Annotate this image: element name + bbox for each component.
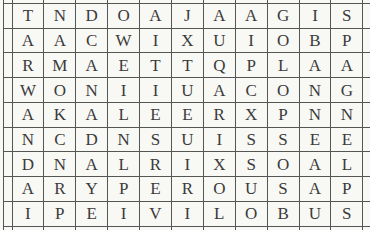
grid-edge-cell bbox=[362, 77, 370, 102]
grid-cell[interactable]: A bbox=[12, 102, 44, 127]
grid-cell[interactable]: N bbox=[299, 77, 331, 102]
grid-cell[interactable]: K bbox=[43, 102, 75, 127]
grid-edge-cell bbox=[362, 226, 370, 231]
grid-edge-cell bbox=[3, 201, 12, 226]
grid-edge-cell bbox=[3, 151, 12, 176]
grid-edge-cell bbox=[107, 226, 139, 231]
grid-cell[interactable]: S bbox=[235, 127, 267, 152]
grid-cell[interactable]: A bbox=[299, 52, 331, 77]
grid-cell[interactable]: N bbox=[12, 127, 44, 152]
grid-edge-cell bbox=[362, 102, 370, 127]
grid-cell[interactable]: C bbox=[43, 127, 75, 152]
grid-cell[interactable]: I bbox=[203, 127, 235, 152]
grid-cell[interactable]: R bbox=[12, 52, 44, 77]
grid-cell[interactable]: O bbox=[107, 3, 139, 28]
grid-cell[interactable]: O bbox=[267, 77, 299, 102]
grid-edge-cell bbox=[3, 176, 12, 201]
grid-cell[interactable]: A bbox=[139, 3, 171, 28]
grid-cell[interactable]: O bbox=[203, 176, 235, 201]
grid-cell[interactable]: X bbox=[171, 28, 203, 53]
grid-cell[interactable]: I bbox=[107, 77, 139, 102]
grid-cell[interactable]: A bbox=[299, 176, 331, 201]
grid-cell[interactable]: S bbox=[267, 127, 299, 152]
grid-cell[interactable]: A bbox=[12, 28, 44, 53]
grid-edge-cell bbox=[362, 201, 370, 226]
grid-cell[interactable]: E bbox=[171, 102, 203, 127]
grid-cell[interactable]: L bbox=[330, 151, 362, 176]
grid-cell[interactable]: R bbox=[171, 176, 203, 201]
grid-cell[interactable]: A bbox=[12, 176, 44, 201]
grid-edge-cell bbox=[3, 3, 12, 28]
grid-cell[interactable]: S bbox=[330, 3, 362, 28]
grid-cell[interactable]: Y bbox=[75, 176, 107, 201]
grid-cell[interactable]: A bbox=[299, 151, 331, 176]
grid-cell[interactable]: J bbox=[171, 3, 203, 28]
grid-edge-cell bbox=[235, 226, 267, 231]
grid-cell[interactable]: A bbox=[330, 52, 362, 77]
grid-cell[interactable]: A bbox=[203, 3, 235, 28]
grid-cell[interactable]: C bbox=[235, 77, 267, 102]
grid-edge-cell bbox=[362, 127, 370, 152]
grid-edge-cell bbox=[267, 226, 299, 231]
grid-cell[interactable]: S bbox=[139, 127, 171, 152]
grid-edge-cell bbox=[75, 226, 107, 231]
grid-cell[interactable]: M bbox=[43, 52, 75, 77]
grid-edge-cell bbox=[3, 127, 12, 152]
grid-cell[interactable]: I bbox=[235, 28, 267, 53]
grid-edge-cell bbox=[362, 176, 370, 201]
grid-edge-cell bbox=[171, 226, 203, 231]
letter-grid: TNDOAJAAGISAACWIXUIOBPRMAETTQPLAAWONIIUA… bbox=[3, 0, 370, 230]
grid-edge-cell bbox=[362, 151, 370, 176]
grid-cell[interactable]: A bbox=[75, 151, 107, 176]
grid-cell[interactable]: A bbox=[235, 3, 267, 28]
grid-cell[interactable]: P bbox=[235, 52, 267, 77]
grid-cell[interactable]: T bbox=[139, 52, 171, 77]
grid-edge-cell bbox=[330, 226, 362, 231]
grid-cell[interactable]: I bbox=[107, 201, 139, 226]
grid-cell[interactable]: U bbox=[299, 201, 331, 226]
grid-cell[interactable]: E bbox=[299, 127, 331, 152]
grid-cell[interactable]: O bbox=[235, 201, 267, 226]
grid-cell[interactable]: X bbox=[235, 102, 267, 127]
grid-cell[interactable]: U bbox=[171, 127, 203, 152]
grid-cell[interactable]: B bbox=[267, 201, 299, 226]
grid-cell[interactable]: R bbox=[139, 151, 171, 176]
grid-cell[interactable]: R bbox=[203, 102, 235, 127]
grid-cell[interactable]: A bbox=[75, 52, 107, 77]
grid-cell[interactable]: I bbox=[171, 201, 203, 226]
grid-cell[interactable]: L bbox=[107, 151, 139, 176]
grid-edge-cell bbox=[3, 226, 12, 231]
grid-cell[interactable]: U bbox=[203, 28, 235, 53]
grid-cell[interactable]: Q bbox=[203, 52, 235, 77]
grid-cell[interactable]: P bbox=[267, 102, 299, 127]
grid-cell[interactable]: I bbox=[139, 77, 171, 102]
grid-cell[interactable]: P bbox=[107, 176, 139, 201]
grid-cell[interactable]: V bbox=[139, 201, 171, 226]
grid-cell[interactable]: E bbox=[139, 102, 171, 127]
grid-cell[interactable]: S bbox=[330, 201, 362, 226]
grid-cell[interactable]: A bbox=[43, 28, 75, 53]
grid-cell[interactable]: W bbox=[12, 77, 44, 102]
grid-edge-cell bbox=[362, 52, 370, 77]
grid-cell[interactable]: I bbox=[171, 151, 203, 176]
grid-cell[interactable]: N bbox=[43, 151, 75, 176]
grid-cell[interactable]: N bbox=[330, 102, 362, 127]
grid-cell[interactable]: I bbox=[139, 28, 171, 53]
grid-cell[interactable]: O bbox=[267, 151, 299, 176]
grid-cell[interactable]: B bbox=[299, 28, 331, 53]
grid-cell[interactable]: I bbox=[299, 3, 331, 28]
grid-edge-cell bbox=[3, 102, 12, 127]
grid-cell[interactable]: N bbox=[107, 127, 139, 152]
grid-cell[interactable]: S bbox=[267, 176, 299, 201]
grid-cell[interactable]: G bbox=[330, 77, 362, 102]
grid-cell[interactable]: E bbox=[75, 201, 107, 226]
grid-edge-cell bbox=[3, 77, 12, 102]
grid-cell[interactable]: W bbox=[107, 28, 139, 53]
grid-cell[interactable]: D bbox=[75, 127, 107, 152]
grid-edge-cell bbox=[362, 28, 370, 53]
grid-cell[interactable]: U bbox=[171, 77, 203, 102]
grid-edge-cell bbox=[139, 226, 171, 231]
grid-cell[interactable]: L bbox=[107, 102, 139, 127]
grid-cell[interactable]: E bbox=[107, 52, 139, 77]
grid-cell[interactable]: X bbox=[203, 151, 235, 176]
grid-edge-cell bbox=[3, 52, 12, 77]
grid-cell[interactable]: G bbox=[267, 3, 299, 28]
grid-edge-cell bbox=[12, 226, 44, 231]
grid-edge-cell bbox=[203, 226, 235, 231]
grid-edge-cell bbox=[299, 226, 331, 231]
word-search-board: TNDOAJAAGISAACWIXUIOBPRMAETTQPLAAWONIIUA… bbox=[0, 0, 370, 230]
grid-cell[interactable]: A bbox=[75, 102, 107, 127]
grid-cell[interactable]: L bbox=[267, 52, 299, 77]
grid-cell[interactable]: N bbox=[75, 77, 107, 102]
grid-cell[interactable]: D bbox=[12, 151, 44, 176]
grid-cell[interactable]: O bbox=[267, 28, 299, 53]
grid-cell[interactable]: I bbox=[12, 201, 44, 226]
grid-cell[interactable]: P bbox=[330, 28, 362, 53]
grid-cell[interactable]: P bbox=[43, 201, 75, 226]
grid-cell[interactable]: U bbox=[235, 176, 267, 201]
grid-edge-cell bbox=[3, 28, 12, 53]
grid-cell[interactable]: S bbox=[235, 151, 267, 176]
grid-cell[interactable]: P bbox=[330, 176, 362, 201]
grid-cell[interactable]: T bbox=[12, 3, 44, 28]
grid-cell[interactable]: E bbox=[330, 127, 362, 152]
grid-cell[interactable]: E bbox=[139, 176, 171, 201]
grid-cell[interactable]: N bbox=[299, 102, 331, 127]
grid-cell[interactable]: R bbox=[43, 176, 75, 201]
grid-cell[interactable]: L bbox=[203, 201, 235, 226]
grid-edge-cell bbox=[362, 3, 370, 28]
grid-cell[interactable]: T bbox=[171, 52, 203, 77]
grid-cell[interactable]: O bbox=[43, 77, 75, 102]
grid-cell[interactable]: N bbox=[43, 3, 75, 28]
grid-cell[interactable]: A bbox=[203, 77, 235, 102]
grid-edge-cell bbox=[43, 226, 75, 231]
grid-cell[interactable]: D bbox=[75, 3, 107, 28]
grid-cell[interactable]: C bbox=[75, 28, 107, 53]
